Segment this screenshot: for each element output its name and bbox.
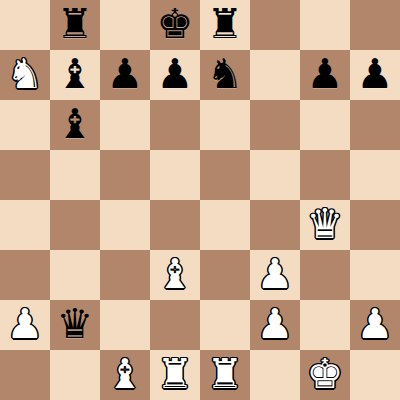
square-h3[interactable] xyxy=(350,250,400,300)
square-d7[interactable]: ♟ xyxy=(150,50,200,100)
square-g2[interactable] xyxy=(300,300,350,350)
square-e6[interactable] xyxy=(200,100,250,150)
black-bishop[interactable]: ♝ xyxy=(57,49,94,99)
white-pawn[interactable]: ♟ xyxy=(257,299,294,349)
white-queen[interactable]: ♛ xyxy=(307,199,344,249)
square-d4[interactable] xyxy=(150,200,200,250)
square-a2[interactable]: ♟ xyxy=(0,300,50,350)
square-b5[interactable] xyxy=(50,150,100,200)
black-rook[interactable]: ♜ xyxy=(207,0,244,49)
square-f5[interactable] xyxy=(250,150,300,200)
square-c5[interactable] xyxy=(100,150,150,200)
white-king[interactable]: ♚ xyxy=(307,349,344,399)
square-h2[interactable]: ♟ xyxy=(350,300,400,350)
square-f3[interactable]: ♟ xyxy=(250,250,300,300)
square-d8[interactable]: ♚ xyxy=(150,0,200,50)
square-e2[interactable] xyxy=(200,300,250,350)
square-a3[interactable] xyxy=(0,250,50,300)
black-pawn[interactable]: ♟ xyxy=(357,49,394,99)
square-b1[interactable] xyxy=(50,350,100,400)
white-pawn[interactable]: ♟ xyxy=(257,249,294,299)
square-h5[interactable] xyxy=(350,150,400,200)
square-f4[interactable] xyxy=(250,200,300,250)
square-e3[interactable] xyxy=(200,250,250,300)
square-h4[interactable] xyxy=(350,200,400,250)
square-f1[interactable] xyxy=(250,350,300,400)
square-h6[interactable] xyxy=(350,100,400,150)
white-pawn[interactable]: ♟ xyxy=(357,299,394,349)
black-pawn[interactable]: ♟ xyxy=(107,49,144,99)
white-rook[interactable]: ♜ xyxy=(207,349,244,399)
white-rook[interactable]: ♜ xyxy=(157,349,194,399)
black-knight[interactable]: ♞ xyxy=(207,49,244,99)
white-knight[interactable]: ♞ xyxy=(7,49,44,99)
square-b6[interactable]: ♝ xyxy=(50,100,100,150)
square-c4[interactable] xyxy=(100,200,150,250)
square-a6[interactable] xyxy=(0,100,50,150)
square-d5[interactable] xyxy=(150,150,200,200)
black-queen[interactable]: ♛ xyxy=(57,299,94,349)
square-b8[interactable]: ♜ xyxy=(50,0,100,50)
square-f8[interactable] xyxy=(250,0,300,50)
square-h8[interactable] xyxy=(350,0,400,50)
square-e1[interactable]: ♜ xyxy=(200,350,250,400)
square-a8[interactable] xyxy=(0,0,50,50)
square-c2[interactable] xyxy=(100,300,150,350)
square-c3[interactable] xyxy=(100,250,150,300)
square-e4[interactable] xyxy=(200,200,250,250)
black-pawn[interactable]: ♟ xyxy=(307,49,344,99)
black-rook[interactable]: ♜ xyxy=(57,0,94,49)
square-g1[interactable]: ♚ xyxy=(300,350,350,400)
black-king[interactable]: ♚ xyxy=(157,0,194,49)
square-g8[interactable] xyxy=(300,0,350,50)
white-bishop[interactable]: ♝ xyxy=(157,249,194,299)
square-c8[interactable] xyxy=(100,0,150,50)
square-f7[interactable] xyxy=(250,50,300,100)
square-e8[interactable]: ♜ xyxy=(200,0,250,50)
square-g6[interactable] xyxy=(300,100,350,150)
square-c6[interactable] xyxy=(100,100,150,150)
square-g5[interactable] xyxy=(300,150,350,200)
square-d3[interactable]: ♝ xyxy=(150,250,200,300)
square-b2[interactable]: ♛ xyxy=(50,300,100,350)
square-g7[interactable]: ♟ xyxy=(300,50,350,100)
square-f2[interactable]: ♟ xyxy=(250,300,300,350)
black-bishop[interactable]: ♝ xyxy=(57,99,94,149)
square-a7[interactable]: ♞ xyxy=(0,50,50,100)
square-g4[interactable]: ♛ xyxy=(300,200,350,250)
square-b7[interactable]: ♝ xyxy=(50,50,100,100)
square-b4[interactable] xyxy=(50,200,100,250)
chess-board: ♜♚♜♞♝♟♟♞♟♟♝♛♝♟♟♛♟♟♝♜♜♚ xyxy=(0,0,400,400)
square-h1[interactable] xyxy=(350,350,400,400)
square-f6[interactable] xyxy=(250,100,300,150)
square-d2[interactable] xyxy=(150,300,200,350)
square-g3[interactable] xyxy=(300,250,350,300)
square-c1[interactable]: ♝ xyxy=(100,350,150,400)
square-d1[interactable]: ♜ xyxy=(150,350,200,400)
black-pawn[interactable]: ♟ xyxy=(157,49,194,99)
white-bishop[interactable]: ♝ xyxy=(107,349,144,399)
square-e7[interactable]: ♞ xyxy=(200,50,250,100)
square-h7[interactable]: ♟ xyxy=(350,50,400,100)
square-c7[interactable]: ♟ xyxy=(100,50,150,100)
square-b3[interactable] xyxy=(50,250,100,300)
square-e5[interactable] xyxy=(200,150,250,200)
square-a4[interactable] xyxy=(0,200,50,250)
white-pawn[interactable]: ♟ xyxy=(7,299,44,349)
square-a5[interactable] xyxy=(0,150,50,200)
square-d6[interactable] xyxy=(150,100,200,150)
square-a1[interactable] xyxy=(0,350,50,400)
